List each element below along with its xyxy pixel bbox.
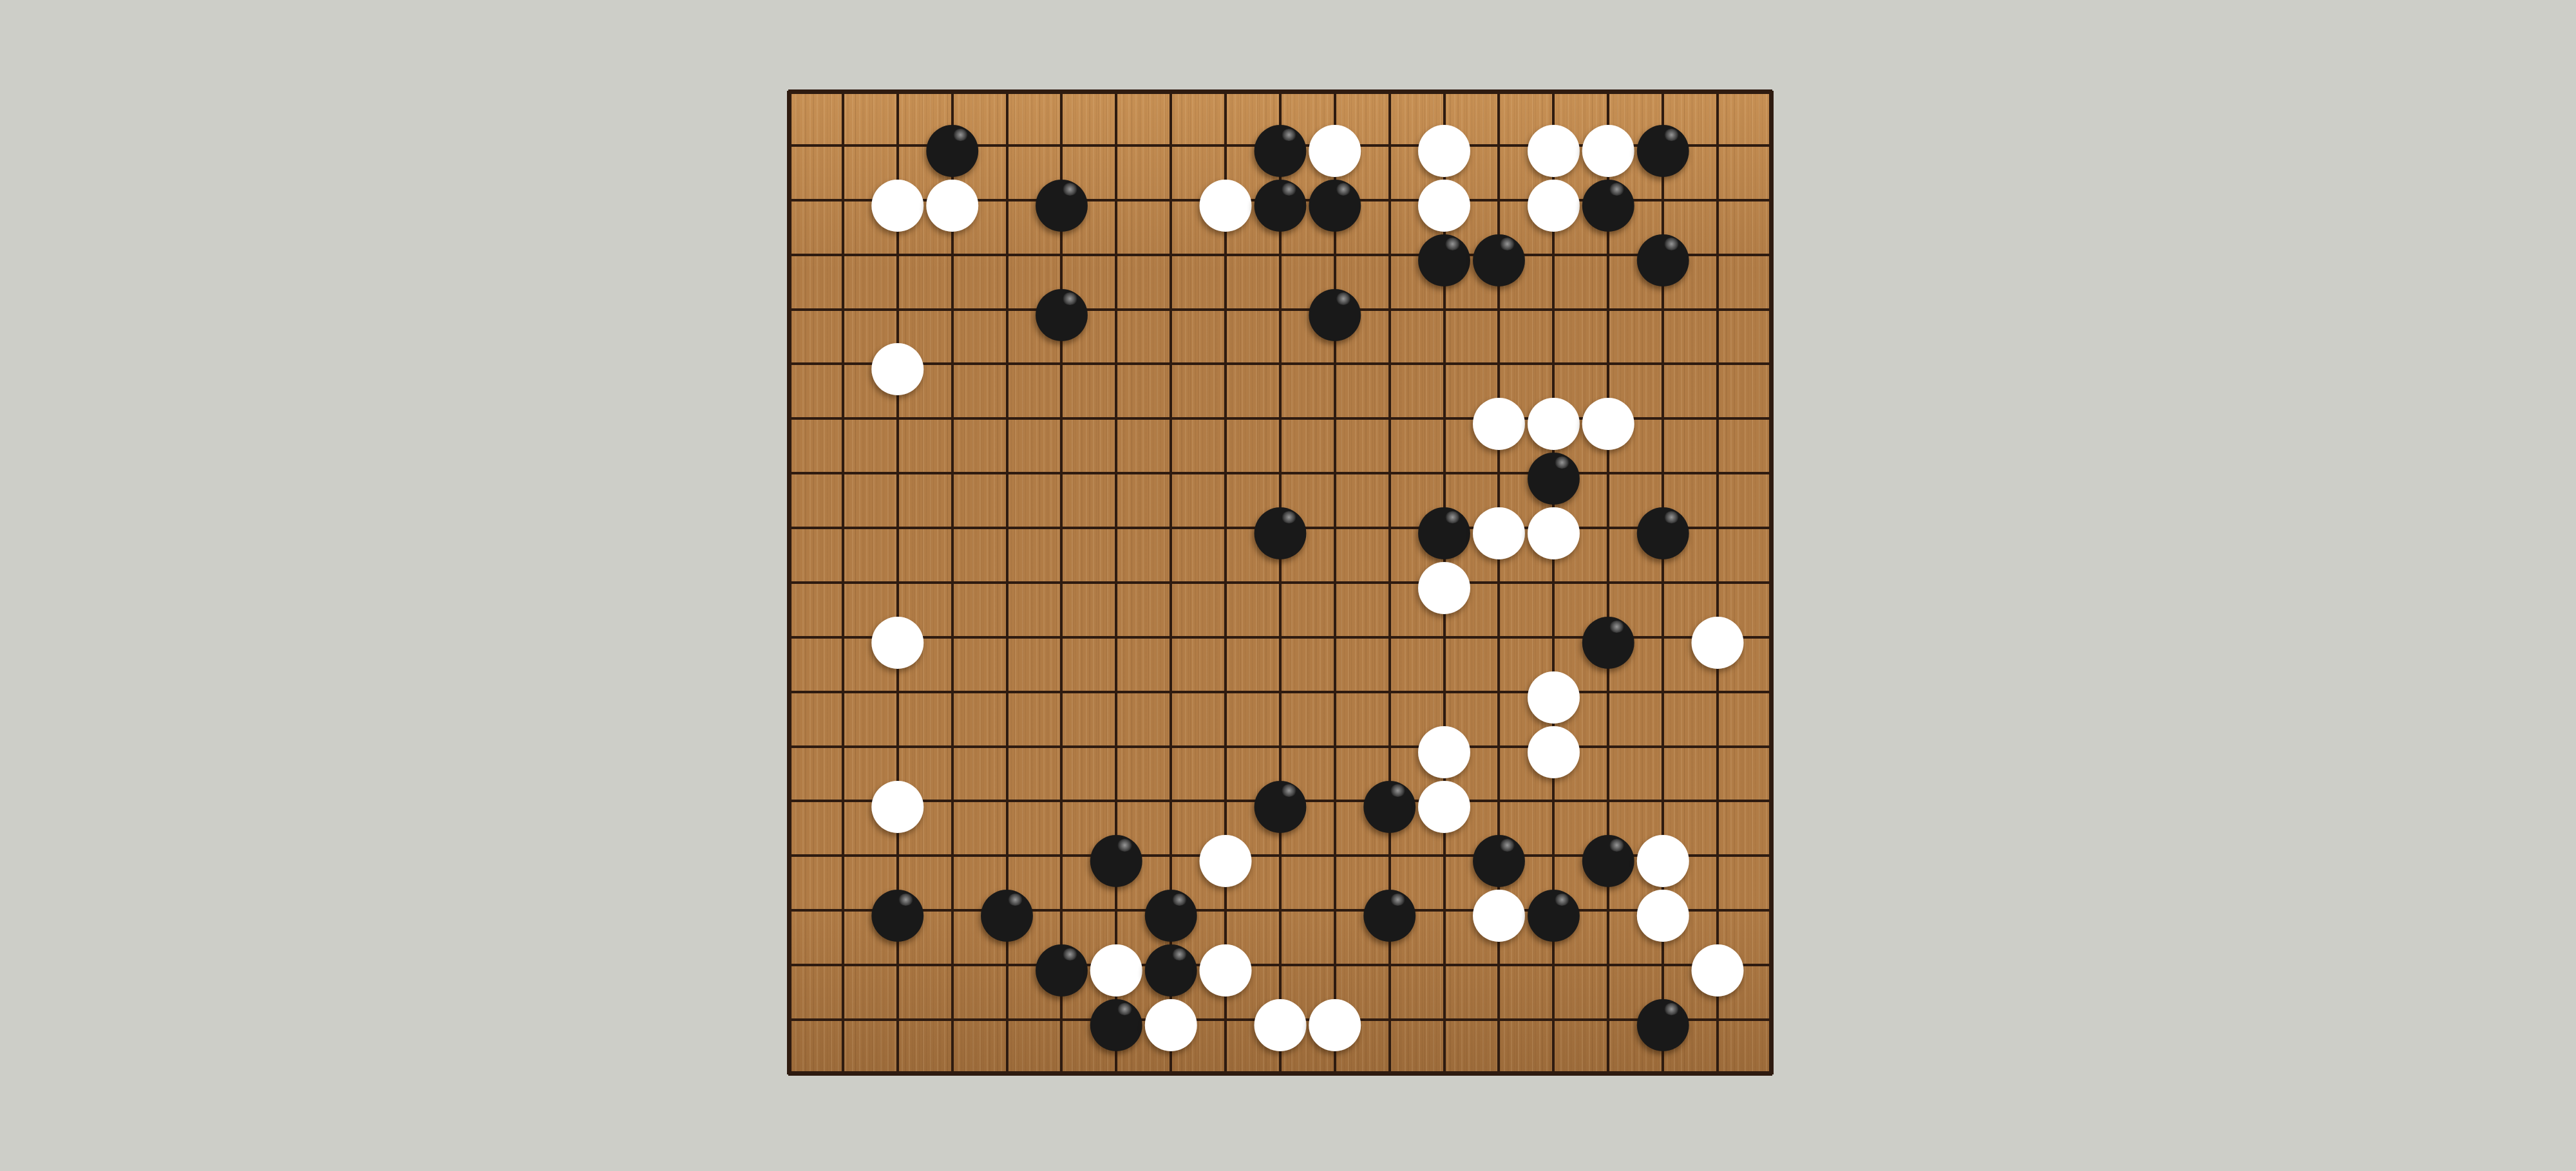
intersection-J8[interactable] [1198, 664, 1253, 719]
intersection-N14[interactable] [1417, 337, 1472, 391]
intersection-E10[interactable] [980, 556, 1034, 610]
intersection-A2[interactable] [761, 993, 816, 1047]
intersection-S3[interactable]: ● [1690, 938, 1745, 993]
grid-line-vertical [1170, 118, 1172, 173]
intersection-A9[interactable] [761, 610, 816, 664]
intersection-A1[interactable] [761, 1047, 816, 1101]
intersection-G15[interactable] [1089, 282, 1144, 337]
intersection-T19[interactable] [1745, 64, 1799, 118]
intersection-A11[interactable] [761, 501, 816, 556]
intersection-A8[interactable] [761, 664, 816, 719]
intersection-D13[interactable] [925, 391, 980, 446]
intersection-M9[interactable] [1362, 610, 1417, 664]
intersection-L13[interactable] [1307, 391, 1362, 446]
intersection-N2[interactable] [1417, 993, 1472, 1047]
intersection-T7[interactable] [1745, 719, 1799, 774]
intersection-S11[interactable] [1690, 501, 1745, 556]
intersection-Q2[interactable] [1581, 993, 1636, 1047]
intersection-L7[interactable] [1307, 719, 1362, 774]
intersection-T6[interactable] [1745, 774, 1799, 829]
intersection-B5[interactable] [815, 829, 870, 883]
grid-line-vertical [1006, 501, 1009, 556]
intersection-B15[interactable] [815, 282, 870, 337]
intersection-P7[interactable]: ● [1526, 719, 1581, 774]
intersection-O1[interactable] [1472, 1047, 1526, 1101]
intersection-T17[interactable] [1745, 173, 1799, 227]
intersection-D17[interactable]: ● [925, 173, 980, 227]
intersection-K11[interactable]: ● [1253, 501, 1308, 556]
intersection-E16[interactable] [980, 227, 1034, 282]
intersection-E6[interactable] [980, 774, 1034, 829]
intersection-S18[interactable] [1690, 118, 1745, 173]
intersection-C17[interactable]: ● [870, 173, 925, 227]
intersection-M8[interactable] [1362, 664, 1417, 719]
grid-line-vertical [1006, 993, 1009, 1047]
intersection-D3[interactable] [925, 938, 980, 993]
intersection-D9[interactable] [925, 610, 980, 664]
intersection-B12[interactable] [815, 446, 870, 501]
intersection-M13[interactable] [1362, 391, 1417, 446]
intersection-O7[interactable] [1472, 719, 1526, 774]
intersection-T15[interactable] [1745, 282, 1799, 337]
intersection-L8[interactable] [1307, 664, 1362, 719]
intersection-E7[interactable] [980, 719, 1034, 774]
grid-line-vertical [842, 391, 844, 446]
intersection-L12[interactable] [1307, 446, 1362, 501]
intersection-A3[interactable] [761, 938, 816, 993]
intersection-M2[interactable] [1362, 993, 1417, 1047]
intersection-E4[interactable]: ● [980, 883, 1034, 938]
intersection-C11[interactable] [870, 501, 925, 556]
intersection-Q5[interactable]: ● [1581, 829, 1636, 883]
intersection-F13[interactable] [1034, 391, 1089, 446]
intersection-J10[interactable] [1198, 556, 1253, 610]
intersection-K15[interactable] [1253, 282, 1308, 337]
intersection-H10[interactable] [1144, 556, 1198, 610]
intersection-H16[interactable] [1144, 227, 1198, 282]
intersection-G17[interactable] [1089, 173, 1144, 227]
intersection-F8[interactable] [1034, 664, 1089, 719]
intersection-K13[interactable] [1253, 391, 1308, 446]
intersection-F15[interactable]: ● [1034, 282, 1089, 337]
grid-line-vertical [1060, 774, 1063, 829]
intersection-L17[interactable]: ● [1307, 173, 1362, 227]
intersection-M6[interactable]: ● [1362, 774, 1417, 829]
grid-line-vertical [1443, 1047, 1446, 1074]
grid-line-vertical [1115, 282, 1117, 337]
grid-line-vertical [1771, 501, 1774, 556]
intersection-K14[interactable] [1253, 337, 1308, 391]
intersection-Q17[interactable]: ● [1581, 173, 1636, 227]
intersection-C1[interactable] [870, 1047, 925, 1101]
intersection-F3[interactable]: ● [1034, 938, 1089, 993]
intersection-M15[interactable] [1362, 282, 1417, 337]
intersection-B6[interactable] [815, 774, 870, 829]
stone-highlight [1390, 894, 1405, 906]
stone-highlight [1172, 948, 1187, 961]
intersection-G2[interactable]: ● [1089, 993, 1144, 1047]
grid-line-horizontal [788, 636, 815, 639]
intersection-H7[interactable] [1144, 719, 1198, 774]
intersection-P17[interactable]: ● [1526, 173, 1581, 227]
intersection-B13[interactable] [815, 391, 870, 446]
intersection-H18[interactable] [1144, 118, 1198, 173]
intersection-T5[interactable] [1745, 829, 1799, 883]
intersection-N3[interactable] [1417, 938, 1472, 993]
intersection-F19[interactable] [1034, 64, 1089, 118]
grid-line-horizontal [788, 964, 815, 966]
intersection-B16[interactable] [815, 227, 870, 282]
intersection-A6[interactable] [761, 774, 816, 829]
intersection-G11[interactable] [1089, 501, 1144, 556]
intersection-M17[interactable] [1362, 173, 1417, 227]
intersection-Q3[interactable] [1581, 938, 1636, 993]
intersection-M18[interactable] [1362, 118, 1417, 173]
intersection-A18[interactable] [761, 118, 816, 173]
intersection-M19[interactable] [1362, 64, 1417, 118]
intersection-F5[interactable] [1034, 829, 1089, 883]
intersection-B11[interactable] [815, 501, 870, 556]
intersection-J19[interactable] [1198, 64, 1253, 118]
intersection-C6[interactable]: ● [870, 774, 925, 829]
intersection-T1[interactable] [1745, 1047, 1799, 1101]
intersection-R16[interactable]: ● [1636, 227, 1690, 282]
grid-line-horizontal [1745, 909, 1772, 912]
intersection-C12[interactable] [870, 446, 925, 501]
intersection-G14[interactable] [1089, 337, 1144, 391]
intersection-D4[interactable] [925, 883, 980, 938]
intersection-D10[interactable] [925, 556, 980, 610]
intersection-M14[interactable] [1362, 337, 1417, 391]
intersection-K6[interactable]: ● [1253, 774, 1308, 829]
intersection-B17[interactable] [815, 173, 870, 227]
grid-line-vertical [1388, 173, 1391, 227]
intersection-P4[interactable]: ● [1526, 883, 1581, 938]
grid-line-horizontal [788, 362, 815, 365]
intersection-F11[interactable] [1034, 501, 1089, 556]
intersection-T12[interactable] [1745, 446, 1799, 501]
intersection-N13[interactable] [1417, 391, 1472, 446]
intersection-M4[interactable]: ● [1362, 883, 1417, 938]
intersection-T13[interactable] [1745, 391, 1799, 446]
intersection-A14[interactable] [761, 337, 816, 391]
intersection-K17[interactable]: ● [1253, 173, 1308, 227]
intersection-H15[interactable] [1144, 282, 1198, 337]
intersection-R2[interactable]: ● [1636, 993, 1690, 1047]
intersection-E14[interactable] [980, 337, 1034, 391]
intersection-E2[interactable] [980, 993, 1034, 1047]
intersection-S12[interactable] [1690, 446, 1745, 501]
intersection-T2[interactable] [1745, 993, 1799, 1047]
intersection-E15[interactable] [980, 282, 1034, 337]
intersection-O18[interactable] [1472, 118, 1526, 173]
intersection-J9[interactable] [1198, 610, 1253, 664]
intersection-P11[interactable]: ● [1526, 501, 1581, 556]
intersection-E9[interactable] [980, 610, 1034, 664]
intersection-O2[interactable] [1472, 993, 1526, 1047]
intersection-Q13[interactable]: ● [1581, 391, 1636, 446]
intersection-G13[interactable] [1089, 391, 1144, 446]
intersection-F10[interactable] [1034, 556, 1089, 610]
intersection-A7[interactable] [761, 719, 816, 774]
intersection-A19[interactable] [761, 64, 816, 118]
intersection-F1[interactable] [1034, 1047, 1089, 1101]
intersection-L9[interactable] [1307, 610, 1362, 664]
intersection-E12[interactable] [980, 446, 1034, 501]
intersection-N4[interactable] [1417, 883, 1472, 938]
grid-line-vertical [1716, 282, 1719, 337]
intersection-S6[interactable] [1690, 774, 1745, 829]
grid-line-vertical [787, 556, 790, 610]
intersection-E13[interactable] [980, 391, 1034, 446]
intersection-D12[interactable] [925, 446, 980, 501]
grid-line-vertical [1716, 719, 1719, 774]
intersection-H17[interactable] [1144, 173, 1198, 227]
intersection-O8[interactable] [1472, 664, 1526, 719]
intersection-H6[interactable] [1144, 774, 1198, 829]
intersection-C19[interactable] [870, 64, 925, 118]
intersection-H12[interactable] [1144, 446, 1198, 501]
grid-line-vertical [1716, 391, 1719, 446]
intersection-E11[interactable] [980, 501, 1034, 556]
intersection-R7[interactable] [1636, 719, 1690, 774]
intersection-A10[interactable] [761, 556, 816, 610]
intersection-F17[interactable]: ● [1034, 173, 1089, 227]
intersection-A16[interactable] [761, 227, 816, 282]
intersection-Q11[interactable] [1581, 501, 1636, 556]
intersection-A5[interactable] [761, 829, 816, 883]
grid-line-horizontal [1745, 254, 1772, 256]
intersection-D15[interactable] [925, 282, 980, 337]
intersection-T18[interactable] [1745, 118, 1799, 173]
intersection-N16[interactable]: ● [1417, 227, 1472, 282]
intersection-S5[interactable] [1690, 829, 1745, 883]
intersection-R4[interactable]: ● [1636, 883, 1690, 938]
intersection-R11[interactable]: ● [1636, 501, 1690, 556]
intersection-R9[interactable] [1636, 610, 1690, 664]
grid-line-vertical [1060, 556, 1063, 610]
intersection-H13[interactable] [1144, 391, 1198, 446]
intersection-Q9[interactable]: ● [1581, 610, 1636, 664]
intersection-S1[interactable] [1690, 1047, 1745, 1101]
intersection-N6[interactable]: ● [1417, 774, 1472, 829]
intersection-L4[interactable] [1307, 883, 1362, 938]
intersection-G18[interactable] [1089, 118, 1144, 173]
grid-line-horizontal [1745, 362, 1772, 365]
intersection-J13[interactable] [1198, 391, 1253, 446]
intersection-B3[interactable] [815, 938, 870, 993]
intersection-A15[interactable] [761, 282, 816, 337]
intersection-G5[interactable]: ● [1089, 829, 1144, 883]
intersection-F9[interactable] [1034, 610, 1089, 664]
intersection-N10[interactable]: ● [1417, 556, 1472, 610]
intersection-F7[interactable] [1034, 719, 1089, 774]
intersection-B19[interactable] [815, 64, 870, 118]
intersection-D8[interactable] [925, 664, 980, 719]
white-stone: ● [1472, 391, 1526, 446]
intersection-M11[interactable] [1362, 501, 1417, 556]
black-stone: ● [1034, 173, 1089, 227]
intersection-N1[interactable] [1417, 1047, 1472, 1101]
intersection-H11[interactable] [1144, 501, 1198, 556]
intersection-T9[interactable] [1745, 610, 1799, 664]
grid-line-horizontal [788, 199, 815, 201]
intersection-S13[interactable] [1690, 391, 1745, 446]
intersection-O13[interactable]: ● [1472, 391, 1526, 446]
intersection-G10[interactable] [1089, 556, 1144, 610]
intersection-H19[interactable] [1144, 64, 1198, 118]
intersection-L5[interactable] [1307, 829, 1362, 883]
intersection-L11[interactable] [1307, 501, 1362, 556]
intersection-O9[interactable] [1472, 610, 1526, 664]
intersection-D5[interactable] [925, 829, 980, 883]
grid-line-vertical [951, 446, 954, 501]
intersection-A13[interactable] [761, 391, 816, 446]
intersection-B7[interactable] [815, 719, 870, 774]
intersection-E8[interactable] [980, 664, 1034, 719]
intersection-R18[interactable]: ● [1636, 118, 1690, 173]
intersection-J15[interactable] [1198, 282, 1253, 337]
intersection-K2[interactable]: ● [1253, 993, 1308, 1047]
intersection-G9[interactable] [1089, 610, 1144, 664]
intersection-A4[interactable] [761, 883, 816, 938]
intersection-T8[interactable] [1745, 664, 1799, 719]
intersection-R14[interactable] [1636, 337, 1690, 391]
intersection-C4[interactable]: ● [870, 883, 925, 938]
intersection-J5[interactable]: ● [1198, 829, 1253, 883]
grid-line-vertical [787, 282, 790, 337]
grid-line-vertical [1224, 664, 1227, 719]
intersection-J1[interactable] [1198, 1047, 1253, 1101]
intersection-E18[interactable] [980, 118, 1034, 173]
intersection-L6[interactable] [1307, 774, 1362, 829]
intersection-D1[interactable] [925, 1047, 980, 1101]
intersection-B18[interactable] [815, 118, 870, 173]
intersection-D6[interactable] [925, 774, 980, 829]
intersection-M12[interactable] [1362, 446, 1417, 501]
intersection-B2[interactable] [815, 993, 870, 1047]
intersection-P15[interactable] [1526, 282, 1581, 337]
intersection-G19[interactable] [1089, 64, 1144, 118]
intersection-C2[interactable] [870, 993, 925, 1047]
intersection-H14[interactable] [1144, 337, 1198, 391]
grid-line-vertical [951, 883, 954, 938]
grid-line-horizontal [1745, 199, 1772, 201]
intersection-B10[interactable] [815, 556, 870, 610]
intersection-P1[interactable] [1526, 1047, 1581, 1101]
intersection-T10[interactable] [1745, 556, 1799, 610]
intersection-H9[interactable] [1144, 610, 1198, 664]
intersection-K4[interactable] [1253, 883, 1308, 938]
intersection-O4[interactable]: ● [1472, 883, 1526, 938]
intersection-J12[interactable] [1198, 446, 1253, 501]
stone-highlight [1282, 511, 1296, 524]
intersection-K8[interactable] [1253, 664, 1308, 719]
intersection-D7[interactable] [925, 719, 980, 774]
intersection-S17[interactable] [1690, 173, 1745, 227]
intersection-T3[interactable] [1745, 938, 1799, 993]
intersection-T4[interactable] [1745, 883, 1799, 938]
intersection-T11[interactable] [1745, 501, 1799, 556]
grid-line-vertical [1170, 719, 1172, 774]
intersection-O11[interactable]: ● [1472, 501, 1526, 556]
intersection-J17[interactable]: ● [1198, 173, 1253, 227]
intersection-E19[interactable] [980, 64, 1034, 118]
intersection-B9[interactable] [815, 610, 870, 664]
grid-line-horizontal [1745, 854, 1772, 857]
intersection-A12[interactable] [761, 446, 816, 501]
black-stone: ● [1307, 282, 1362, 337]
intersection-S14[interactable] [1690, 337, 1745, 391]
grid-line-vertical [951, 501, 954, 556]
grid-line-vertical [1006, 556, 1009, 610]
intersection-L10[interactable] [1307, 556, 1362, 610]
intersection-E1[interactable] [980, 1047, 1034, 1101]
intersection-M10[interactable] [1362, 556, 1417, 610]
intersection-A17[interactable] [761, 173, 816, 227]
intersection-G8[interactable] [1089, 664, 1144, 719]
intersection-R13[interactable] [1636, 391, 1690, 446]
intersection-B8[interactable] [815, 664, 870, 719]
intersection-K9[interactable] [1253, 610, 1308, 664]
intersection-B14[interactable] [815, 337, 870, 391]
intersection-F6[interactable] [1034, 774, 1089, 829]
grid-line-vertical [1115, 719, 1117, 774]
intersection-D2[interactable] [925, 993, 980, 1047]
stone-highlight [953, 129, 968, 142]
intersection-S15[interactable] [1690, 282, 1745, 337]
intersection-M16[interactable] [1362, 227, 1417, 282]
intersection-S9[interactable]: ● [1690, 610, 1745, 664]
intersection-J3[interactable]: ● [1198, 938, 1253, 993]
intersection-F12[interactable] [1034, 446, 1089, 501]
intersection-H2[interactable]: ● [1144, 993, 1198, 1047]
intersection-B1[interactable] [815, 1047, 870, 1101]
intersection-Q1[interactable] [1581, 1047, 1636, 1101]
intersection-C14[interactable]: ● [870, 337, 925, 391]
intersection-L15[interactable]: ● [1307, 282, 1362, 337]
intersection-P2[interactable] [1526, 993, 1581, 1047]
intersection-G16[interactable] [1089, 227, 1144, 282]
intersection-S16[interactable] [1690, 227, 1745, 282]
intersection-M1[interactable] [1362, 1047, 1417, 1101]
intersection-Q15[interactable] [1581, 282, 1636, 337]
intersection-Q7[interactable] [1581, 719, 1636, 774]
intersection-J7[interactable] [1198, 719, 1253, 774]
intersection-S7[interactable] [1690, 719, 1745, 774]
intersection-L2[interactable]: ● [1307, 993, 1362, 1047]
intersection-G12[interactable] [1089, 446, 1144, 501]
intersection-D14[interactable] [925, 337, 980, 391]
intersection-H8[interactable] [1144, 664, 1198, 719]
intersection-R8[interactable] [1636, 664, 1690, 719]
intersection-O19[interactable] [1472, 64, 1526, 118]
grid-line-vertical [1060, 1047, 1063, 1074]
intersection-J14[interactable] [1198, 337, 1253, 391]
intersection-S19[interactable] [1690, 64, 1745, 118]
intersection-G7[interactable] [1089, 719, 1144, 774]
intersection-O16[interactable]: ● [1472, 227, 1526, 282]
intersection-T16[interactable] [1745, 227, 1799, 282]
intersection-E17[interactable] [980, 173, 1034, 227]
intersection-C9[interactable]: ● [870, 610, 925, 664]
intersection-J11[interactable] [1198, 501, 1253, 556]
intersection-T14[interactable] [1745, 337, 1799, 391]
white-stone: ● [1581, 391, 1636, 446]
intersection-D11[interactable] [925, 501, 980, 556]
intersection-B4[interactable] [815, 883, 870, 938]
board-grid: ●●●●●●●●●●●●●●●●●●●●●●●●●●●●●●●●●●●●●●●●… [761, 64, 1800, 1102]
